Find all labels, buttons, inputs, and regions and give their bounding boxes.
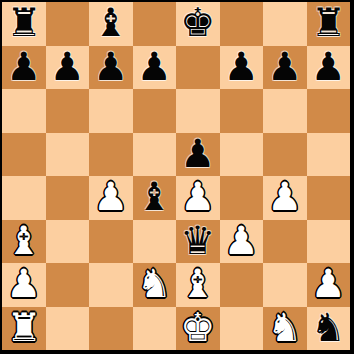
- square-g6[interactable]: [263, 89, 307, 133]
- square-a2[interactable]: ♟: [2, 263, 46, 307]
- square-g5[interactable]: [263, 133, 307, 177]
- square-a1[interactable]: ♜: [2, 307, 46, 351]
- square-b6[interactable]: [46, 89, 90, 133]
- square-g2[interactable]: [263, 263, 307, 307]
- square-c8[interactable]: ♝: [89, 2, 133, 46]
- square-h6[interactable]: [307, 89, 351, 133]
- piece-black-knight[interactable]: ♞: [311, 307, 346, 350]
- chessboard-frame: ♜♝♚♜♟♟♟♟♟♟♟♟♟♝♟♟♝♛♟♟♞♝♟♜♚♞♞: [0, 0, 354, 354]
- square-h4[interactable]: [307, 176, 351, 220]
- square-g7[interactable]: ♟: [263, 46, 307, 90]
- square-b1[interactable]: [46, 307, 90, 351]
- square-g3[interactable]: [263, 220, 307, 264]
- square-f4[interactable]: [220, 176, 264, 220]
- piece-white-rook[interactable]: ♜: [6, 307, 41, 350]
- square-h3[interactable]: [307, 220, 351, 264]
- piece-black-pawn[interactable]: ♟: [93, 46, 128, 89]
- piece-black-pawn[interactable]: ♟: [224, 46, 259, 89]
- square-d3[interactable]: [133, 220, 177, 264]
- square-a8[interactable]: ♜: [2, 2, 46, 46]
- piece-black-rook[interactable]: ♜: [6, 2, 41, 45]
- piece-black-king[interactable]: ♚: [180, 2, 215, 45]
- piece-black-queen[interactable]: ♛: [180, 220, 215, 263]
- square-a7[interactable]: ♟: [2, 46, 46, 90]
- square-g4[interactable]: ♟: [263, 176, 307, 220]
- piece-white-pawn[interactable]: ♟: [6, 263, 41, 306]
- piece-black-rook[interactable]: ♜: [311, 2, 346, 45]
- square-f8[interactable]: [220, 2, 264, 46]
- piece-black-bishop[interactable]: ♝: [93, 2, 128, 45]
- square-d6[interactable]: [133, 89, 177, 133]
- square-c7[interactable]: ♟: [89, 46, 133, 90]
- square-f3[interactable]: ♟: [220, 220, 264, 264]
- square-e2[interactable]: ♝: [176, 263, 220, 307]
- square-a6[interactable]: [2, 89, 46, 133]
- square-b4[interactable]: [46, 176, 90, 220]
- square-d2[interactable]: ♞: [133, 263, 177, 307]
- square-h8[interactable]: ♜: [307, 2, 351, 46]
- piece-white-pawn[interactable]: ♟: [224, 220, 259, 263]
- square-d1[interactable]: [133, 307, 177, 351]
- square-c3[interactable]: [89, 220, 133, 264]
- piece-white-knight[interactable]: ♞: [137, 263, 172, 306]
- piece-white-pawn[interactable]: ♟: [267, 176, 302, 219]
- piece-white-king[interactable]: ♚: [180, 307, 215, 350]
- square-h7[interactable]: ♟: [307, 46, 351, 90]
- square-d4[interactable]: ♝: [133, 176, 177, 220]
- chess-board: ♜♝♚♜♟♟♟♟♟♟♟♟♟♝♟♟♝♛♟♟♞♝♟♜♚♞♞: [2, 2, 350, 350]
- square-e7[interactable]: [176, 46, 220, 90]
- piece-black-pawn[interactable]: ♟: [6, 46, 41, 89]
- square-f1[interactable]: [220, 307, 264, 351]
- square-c6[interactable]: [89, 89, 133, 133]
- square-e3[interactable]: ♛: [176, 220, 220, 264]
- square-c2[interactable]: [89, 263, 133, 307]
- square-h1[interactable]: ♞: [307, 307, 351, 351]
- square-f7[interactable]: ♟: [220, 46, 264, 90]
- piece-black-pawn[interactable]: ♟: [137, 46, 172, 89]
- square-b7[interactable]: ♟: [46, 46, 90, 90]
- square-h5[interactable]: [307, 133, 351, 177]
- piece-white-pawn[interactable]: ♟: [93, 176, 128, 219]
- square-d8[interactable]: [133, 2, 177, 46]
- square-e6[interactable]: [176, 89, 220, 133]
- piece-black-pawn[interactable]: ♟: [180, 133, 215, 176]
- square-f2[interactable]: [220, 263, 264, 307]
- square-g1[interactable]: ♞: [263, 307, 307, 351]
- square-d7[interactable]: ♟: [133, 46, 177, 90]
- square-c1[interactable]: [89, 307, 133, 351]
- square-b2[interactable]: [46, 263, 90, 307]
- piece-black-pawn[interactable]: ♟: [267, 46, 302, 89]
- piece-white-pawn[interactable]: ♟: [311, 263, 346, 306]
- square-e4[interactable]: ♟: [176, 176, 220, 220]
- square-e1[interactable]: ♚: [176, 307, 220, 351]
- piece-white-knight[interactable]: ♞: [267, 307, 302, 350]
- square-e5[interactable]: ♟: [176, 133, 220, 177]
- square-e8[interactable]: ♚: [176, 2, 220, 46]
- square-c4[interactable]: ♟: [89, 176, 133, 220]
- piece-black-pawn[interactable]: ♟: [50, 46, 85, 89]
- square-b3[interactable]: [46, 220, 90, 264]
- square-h2[interactable]: ♟: [307, 263, 351, 307]
- piece-white-bishop[interactable]: ♝: [6, 220, 41, 263]
- piece-white-pawn[interactable]: ♟: [180, 176, 215, 219]
- square-a3[interactable]: ♝: [2, 220, 46, 264]
- square-d5[interactable]: [133, 133, 177, 177]
- piece-white-bishop[interactable]: ♝: [180, 263, 215, 306]
- square-b8[interactable]: [46, 2, 90, 46]
- square-b5[interactable]: [46, 133, 90, 177]
- square-f6[interactable]: [220, 89, 264, 133]
- square-c5[interactable]: [89, 133, 133, 177]
- square-a5[interactable]: [2, 133, 46, 177]
- square-f5[interactable]: [220, 133, 264, 177]
- piece-black-pawn[interactable]: ♟: [311, 46, 346, 89]
- square-g8[interactable]: [263, 2, 307, 46]
- square-a4[interactable]: [2, 176, 46, 220]
- piece-black-bishop[interactable]: ♝: [137, 176, 172, 219]
